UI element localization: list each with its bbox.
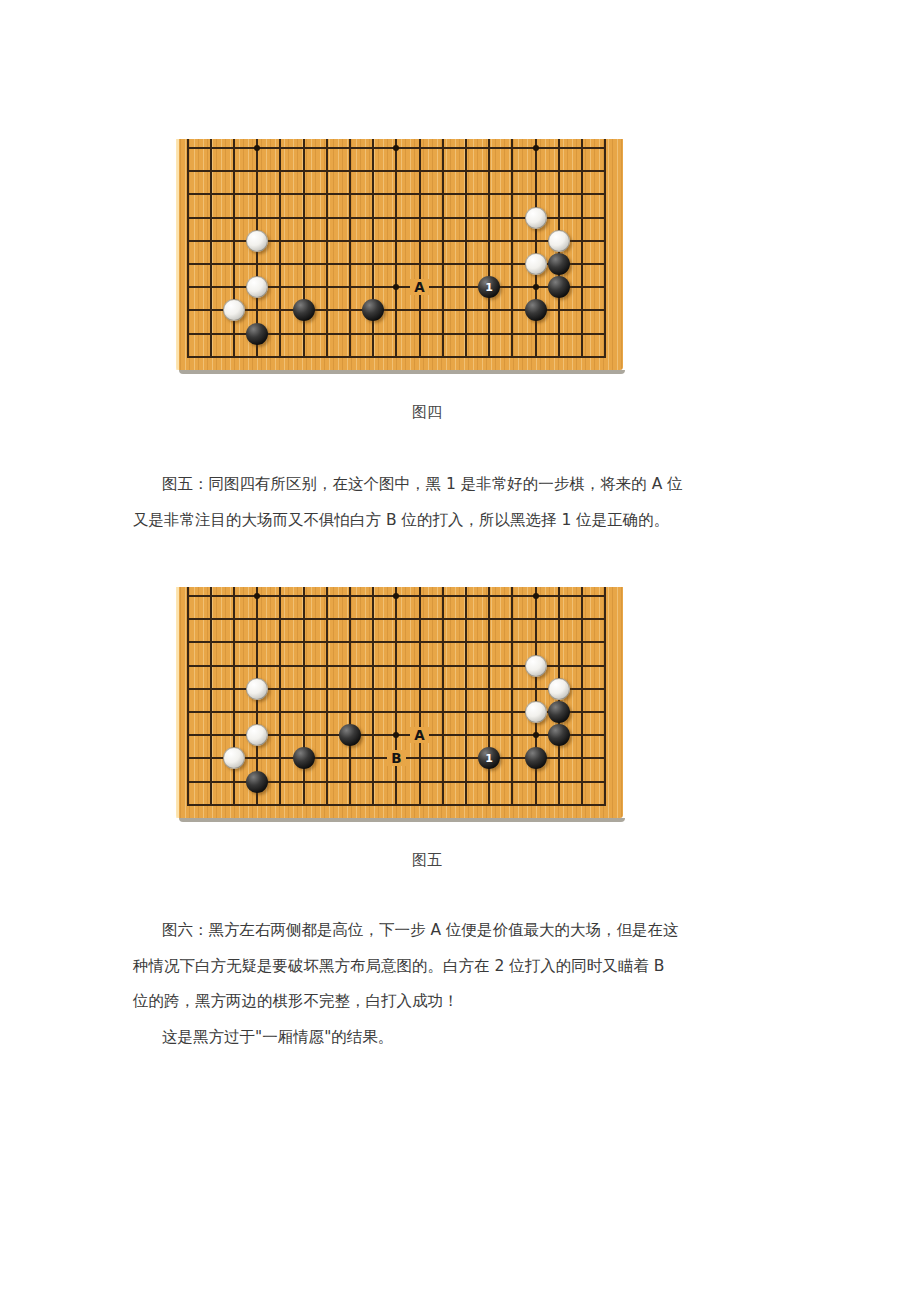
- text-line: 种情况下白方无疑是要破坏黑方布局意图的。白方在 2 位打入的同时又瞄着 B: [133, 949, 733, 985]
- hoshi-point: [533, 284, 539, 290]
- text-line: 位的跨，黑方两边的棋形不完整，白打入成功！: [133, 984, 733, 1020]
- hoshi-point: [393, 732, 399, 738]
- move-number-label: 1: [485, 753, 493, 764]
- document-page: A1 图四 图五：同图四有所区别，在这个图中，黑 1 是非常好的一步棋，将来的 …: [0, 0, 920, 1302]
- black-stone: [525, 299, 547, 321]
- board-drop-shadow: [179, 370, 625, 374]
- black-stone: [246, 323, 268, 345]
- hoshi-point: [393, 593, 399, 599]
- grid-line-horizontal: [187, 193, 607, 195]
- text-line: 图五：同图四有所区别，在这个图中，黑 1 是非常好的一步棋，将来的 A 位: [133, 467, 733, 503]
- black-stone: [339, 724, 361, 746]
- black-stone: [525, 747, 547, 769]
- point-label-A: A: [410, 727, 429, 743]
- white-stone: [246, 678, 268, 700]
- point-label-B: B: [387, 750, 406, 766]
- grid-line-horizontal: [187, 618, 607, 620]
- grid-line-horizontal: [187, 641, 607, 643]
- hoshi-point: [533, 593, 539, 599]
- go-board-figure-4: A1: [176, 139, 623, 370]
- text-line: 这是黑方过于"一厢情愿"的结果。: [133, 1020, 733, 1056]
- white-stone: [223, 747, 245, 769]
- white-stone: [525, 207, 547, 229]
- point-label-A: A: [410, 279, 429, 295]
- hoshi-point: [393, 284, 399, 290]
- white-stone: [525, 655, 547, 677]
- black-stone: [548, 724, 570, 746]
- white-stone: [246, 724, 268, 746]
- black-stone: [548, 253, 570, 275]
- board-caption-figure-4: 图四: [133, 401, 721, 423]
- hoshi-point: [254, 593, 260, 599]
- black-stone: [548, 701, 570, 723]
- black-stone: 1: [478, 747, 500, 769]
- black-stone: [362, 299, 384, 321]
- white-stone: [525, 253, 547, 275]
- white-stone: [246, 276, 268, 298]
- hoshi-point: [533, 732, 539, 738]
- hoshi-point: [393, 145, 399, 151]
- black-stone: [293, 747, 315, 769]
- board-left-edge-highlight: [176, 139, 179, 370]
- white-stone: [246, 230, 268, 252]
- board-caption-figure-5: 图五: [133, 849, 721, 871]
- black-stone: 1: [478, 276, 500, 298]
- white-stone: [223, 299, 245, 321]
- text-line: 图六：黑方左右两侧都是高位，下一步 A 位便是价值最大的大场，但是在这: [133, 913, 733, 949]
- hoshi-point: [254, 145, 260, 151]
- grid-line-horizontal: [187, 356, 607, 358]
- text-line: 又是非常注目的大场而又不俱怕白方 B 位的打入，所以黑选择 1 位是正确的。: [133, 503, 733, 539]
- white-stone: [548, 230, 570, 252]
- grid-line-horizontal: [187, 804, 607, 806]
- hoshi-point: [533, 145, 539, 151]
- go-board-figure-5: AB1: [176, 587, 623, 818]
- paragraph-figure-5-description: 图五：同图四有所区别，在这个图中，黑 1 是非常好的一步棋，将来的 A 位 又是…: [133, 467, 733, 538]
- white-stone: [525, 701, 547, 723]
- black-stone: [293, 299, 315, 321]
- move-number-label: 1: [485, 282, 493, 293]
- board-drop-shadow: [179, 818, 625, 822]
- white-stone: [548, 678, 570, 700]
- black-stone: [246, 771, 268, 793]
- grid-line-horizontal: [187, 170, 607, 172]
- paragraph-figure-6-description: 图六：黑方左右两侧都是高位，下一步 A 位便是价值最大的大场，但是在这 种情况下…: [133, 913, 733, 1056]
- board-left-edge-highlight: [176, 587, 179, 818]
- black-stone: [548, 276, 570, 298]
